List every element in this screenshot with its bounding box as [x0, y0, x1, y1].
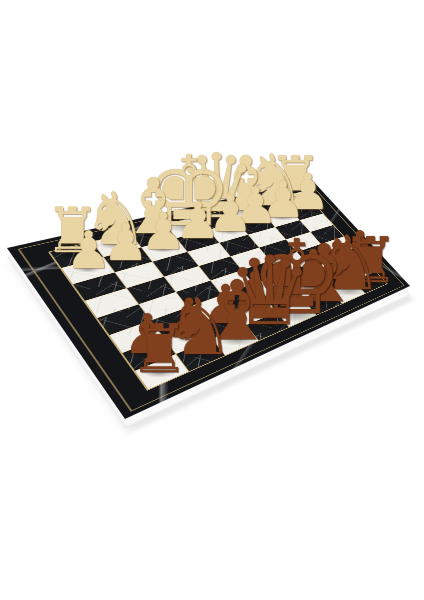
playing-grid: [48, 191, 388, 391]
chess-set-product-photo: ♜♞♝♚♛♝♞♜♟♟♟♟♟♟♟♟♟♟♟♟♟♟♟♟♜♞♝♛♚♝♞♜: [0, 0, 424, 600]
